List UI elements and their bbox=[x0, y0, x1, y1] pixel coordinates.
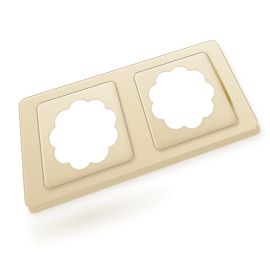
frame-opening-right bbox=[132, 51, 240, 153]
product-photo bbox=[0, 0, 270, 270]
scalloped-cutout-left bbox=[42, 87, 128, 183]
scalloped-cutout-right bbox=[129, 50, 237, 153]
frame-opening-left bbox=[36, 79, 136, 191]
